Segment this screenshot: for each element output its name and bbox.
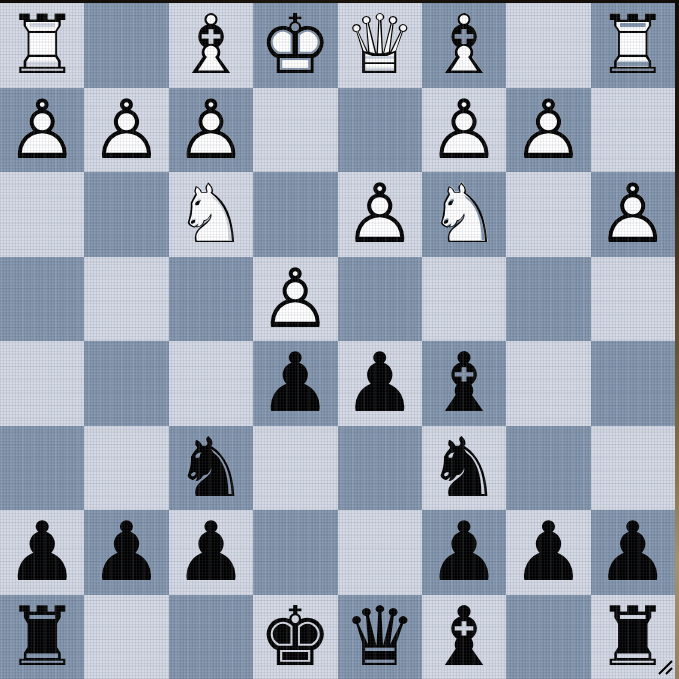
square-e3[interactable] [253,172,337,257]
square-e5[interactable]: ♟ [253,341,337,426]
white-pawn-icon: ♟♙ [253,257,337,342]
square-a5[interactable] [591,341,675,426]
square-h2[interactable]: ♟♙ [0,88,84,173]
black-pawn-icon: ♟ [169,510,253,595]
square-c6[interactable]: ♞ [422,426,506,511]
board-resize-handle-icon[interactable] [656,658,674,676]
black-pawn-icon: ♟ [422,510,506,595]
black-king-icon: ♚ [253,595,337,679]
square-g8[interactable] [84,595,168,679]
square-a4[interactable] [591,257,675,342]
black-knight-icon: ♞ [422,426,506,511]
square-f5[interactable] [169,341,253,426]
square-a6[interactable] [591,426,675,511]
square-g5[interactable] [84,341,168,426]
white-king-icon: ♚♔ [253,3,337,88]
square-d5[interactable]: ♟ [338,341,422,426]
black-pawn-icon: ♟ [253,341,337,426]
square-b6[interactable] [506,426,590,511]
square-c5[interactable]: ♝ [422,341,506,426]
square-e1[interactable]: ♚♔ [253,3,337,88]
square-f3[interactable]: ♞♘ [169,172,253,257]
white-knight-icon: ♞♘ [422,172,506,257]
black-pawn-icon: ♟ [84,510,168,595]
square-a3[interactable]: ♟♙ [591,172,675,257]
square-b8[interactable] [506,595,590,679]
square-e7[interactable] [253,510,337,595]
square-h7[interactable]: ♟ [0,510,84,595]
square-e2[interactable] [253,88,337,173]
black-pawn-icon: ♟ [338,341,422,426]
square-g2[interactable]: ♟♙ [84,88,168,173]
black-bishop-icon: ♝ [422,341,506,426]
white-rook-icon: ♜♖ [591,3,675,88]
square-c4[interactable] [422,257,506,342]
white-rook-icon: ♜♖ [0,3,84,88]
square-h4[interactable] [0,257,84,342]
white-pawn-icon: ♟♙ [0,88,84,173]
square-g1[interactable] [84,3,168,88]
square-g7[interactable]: ♟ [84,510,168,595]
black-rook-icon: ♜ [0,595,84,679]
square-b2[interactable]: ♟♙ [506,88,590,173]
square-f6[interactable]: ♞ [169,426,253,511]
white-pawn-icon: ♟♙ [591,172,675,257]
square-c1[interactable]: ♝♗ [422,3,506,88]
black-bishop-icon: ♝ [422,595,506,679]
square-f4[interactable] [169,257,253,342]
square-a7[interactable]: ♟ [591,510,675,595]
white-pawn-icon: ♟♙ [506,88,590,173]
square-g6[interactable] [84,426,168,511]
square-c3[interactable]: ♞♘ [422,172,506,257]
black-pawn-icon: ♟ [591,510,675,595]
square-d7[interactable] [338,510,422,595]
square-d8[interactable]: ♛ [338,595,422,679]
square-h3[interactable] [0,172,84,257]
square-b5[interactable] [506,341,590,426]
black-queen-icon: ♛ [338,595,422,679]
white-bishop-icon: ♝♗ [422,3,506,88]
black-pawn-icon: ♟ [0,510,84,595]
square-b7[interactable]: ♟ [506,510,590,595]
white-pawn-icon: ♟♙ [338,172,422,257]
square-h6[interactable] [0,426,84,511]
square-d3[interactable]: ♟♙ [338,172,422,257]
square-h1[interactable]: ♜♖ [0,3,84,88]
square-d2[interactable] [338,88,422,173]
white-queen-icon: ♛♕ [338,3,422,88]
square-a2[interactable] [591,88,675,173]
white-knight-icon: ♞♘ [169,172,253,257]
square-g3[interactable] [84,172,168,257]
square-f7[interactable]: ♟ [169,510,253,595]
square-g4[interactable] [84,257,168,342]
black-pawn-icon: ♟ [506,510,590,595]
square-e4[interactable]: ♟♙ [253,257,337,342]
white-bishop-icon: ♝♗ [169,3,253,88]
white-pawn-icon: ♟♙ [84,88,168,173]
square-e8[interactable]: ♚ [253,595,337,679]
square-e6[interactable] [253,426,337,511]
square-c2[interactable]: ♟♙ [422,88,506,173]
square-a1[interactable]: ♜♖ [591,3,675,88]
square-f8[interactable] [169,595,253,679]
square-h5[interactable] [0,341,84,426]
black-knight-icon: ♞ [169,426,253,511]
window-right-edge [675,0,679,679]
square-b3[interactable] [506,172,590,257]
square-f1[interactable]: ♝♗ [169,3,253,88]
square-b4[interactable] [506,257,590,342]
square-c8[interactable]: ♝ [422,595,506,679]
square-b1[interactable] [506,3,590,88]
white-pawn-icon: ♟♙ [422,88,506,173]
chess-app-window: ♜♖♝♗♚♔♛♕♝♗♜♖♟♙♟♙♟♙♟♙♟♙♞♘♟♙♞♘♟♙♟♙♟♟♝♞♞♟♟♟… [0,0,679,679]
chess-board: ♜♖♝♗♚♔♛♕♝♗♜♖♟♙♟♙♟♙♟♙♟♙♞♘♟♙♞♘♟♙♟♙♟♟♝♞♞♟♟♟… [0,3,675,679]
square-c7[interactable]: ♟ [422,510,506,595]
square-d1[interactable]: ♛♕ [338,3,422,88]
white-pawn-icon: ♟♙ [169,88,253,173]
square-h8[interactable]: ♜ [0,595,84,679]
square-d4[interactable] [338,257,422,342]
square-f2[interactable]: ♟♙ [169,88,253,173]
square-d6[interactable] [338,426,422,511]
